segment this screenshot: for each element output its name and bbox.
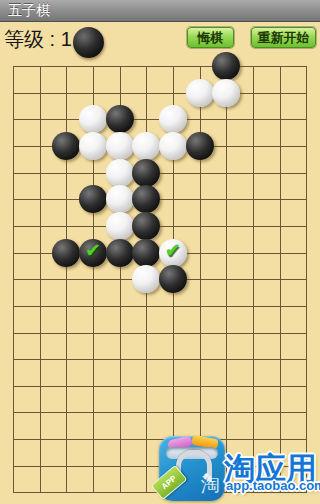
white-stone [106, 159, 134, 187]
grid-line-horizontal [13, 359, 307, 360]
black-stone [132, 185, 160, 213]
white-stone [132, 132, 160, 160]
app-screen: 五子棋 等级 : 1 悔棋 重新开始 ✔✔ 淘 APP 淘应用 app.taob… [0, 0, 320, 504]
grid-line-horizontal [13, 226, 307, 227]
black-stone [52, 239, 80, 267]
game-board[interactable]: ✔✔ [13, 66, 307, 493]
black-stone [79, 185, 107, 213]
black-stone [52, 132, 80, 160]
icon-tao-glyph: 淘 [201, 472, 220, 498]
grid-line-horizontal [13, 386, 307, 387]
last-move-check-icon: ✔ [161, 239, 185, 263]
black-stone [132, 239, 160, 267]
title-bar: 五子棋 [0, 0, 320, 22]
last-move-check-icon: ✔ [81, 239, 105, 263]
white-stone [159, 105, 187, 133]
white-stone [159, 132, 187, 160]
grid-line-horizontal [13, 199, 307, 200]
white-stone [132, 265, 160, 293]
black-stone [132, 159, 160, 187]
grid-line-horizontal [13, 439, 307, 440]
white-stone [79, 105, 107, 133]
grid-line-horizontal [13, 333, 307, 334]
taobao-app-store-icon: 淘 APP [159, 436, 225, 501]
restart-button[interactable]: 重新开始 [251, 27, 316, 48]
level-label: 等级 : 1 [4, 26, 72, 53]
white-stone [106, 132, 134, 160]
white-stone [106, 185, 134, 213]
grid-line-horizontal [13, 412, 307, 413]
black-stone [159, 265, 187, 293]
white-stone [186, 79, 214, 107]
white-stone [106, 212, 134, 240]
undo-button[interactable]: 悔棋 [187, 27, 234, 48]
control-bar: 等级 : 1 悔棋 重新开始 [0, 22, 320, 58]
black-stone [106, 105, 134, 133]
turn-indicator-stone [73, 27, 104, 58]
black-stone [212, 52, 240, 80]
grid-line-horizontal [13, 93, 307, 94]
grid-line-horizontal [13, 66, 307, 67]
white-stone [79, 132, 107, 160]
black-stone [106, 239, 134, 267]
watermark-url: app.taobao.com [226, 478, 320, 493]
grid-line-horizontal [13, 306, 307, 307]
black-stone [186, 132, 214, 160]
black-stone [132, 212, 160, 240]
app-title: 五子棋 [0, 0, 320, 21]
white-stone [212, 79, 240, 107]
